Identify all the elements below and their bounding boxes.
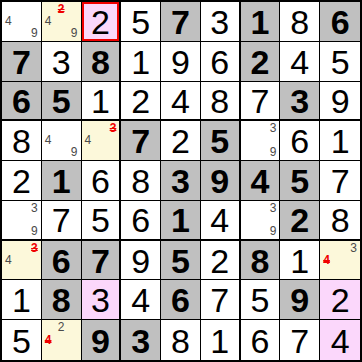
solved-digit: 6	[251, 323, 270, 358]
solved-digit: 4	[131, 282, 150, 317]
cell-r3c1[interactable]: 6	[2, 82, 42, 122]
cell-r2c3[interactable]: 8	[82, 42, 122, 82]
cell-r6c4[interactable]: 6	[121, 201, 161, 241]
given-digit: 1	[251, 4, 270, 39]
given-digit: 6	[12, 83, 31, 118]
given-digit: 3	[290, 83, 309, 118]
cell-r9c7[interactable]: 6	[241, 320, 281, 360]
solved-digit: 5	[131, 4, 150, 39]
pencil-marks: 39	[241, 201, 280, 239]
cell-r9c1[interactable]: 5	[2, 320, 42, 360]
cell-r2c1[interactable]: 7	[2, 42, 42, 82]
given-digit: 4	[251, 163, 270, 198]
solved-digit: 2	[91, 4, 110, 39]
solved-digit: 1	[210, 323, 229, 358]
cell-r5c3[interactable]: 6	[82, 161, 122, 201]
solved-digit: 7	[52, 202, 71, 237]
cell-r4c5[interactable]: 2	[161, 121, 201, 161]
cell-r3c6[interactable]: 8	[201, 82, 241, 122]
given-digit: 5	[210, 123, 229, 158]
pencil-mark: 3	[270, 122, 277, 134]
solved-digit: 6	[290, 123, 309, 158]
pencil-marks: 49	[2, 2, 41, 41]
given-digit: 7	[91, 243, 110, 278]
cell-r5c7[interactable]: 4	[241, 161, 281, 201]
cell-r7c4[interactable]: 9	[121, 241, 161, 281]
cell-r6c1[interactable]: 39	[2, 201, 42, 241]
given-digit: 9	[290, 282, 309, 317]
cell-r6c9[interactable]: 8	[320, 201, 360, 241]
cell-r3c7[interactable]: 7	[241, 82, 281, 122]
given-digit: 6	[171, 282, 190, 317]
solved-digit: 1	[290, 243, 309, 278]
cell-r4c2[interactable]: 49	[42, 121, 82, 161]
given-digit: 5	[290, 163, 309, 198]
cell-r3c5[interactable]: 4	[161, 82, 201, 122]
cell-r4c8[interactable]: 6	[280, 121, 320, 161]
pencil-mark: 9	[31, 27, 38, 39]
cell-r6c2[interactable]: 7	[42, 201, 82, 241]
cell-r9c6[interactable]: 1	[201, 320, 241, 360]
sudoku-board: 4949225731867381962456512487398494372539…	[0, 0, 362, 362]
solved-digit: 7	[290, 323, 309, 358]
solved-digit: 2	[131, 83, 150, 118]
given-digit: 5	[171, 243, 190, 278]
given-digit: 1	[52, 163, 71, 198]
solved-digit: 8	[210, 83, 229, 118]
cell-r4c3[interactable]: 43	[82, 121, 122, 161]
pencil-mark: 9	[270, 225, 277, 237]
given-digit: 2	[290, 202, 309, 237]
solved-digit: 4	[210, 202, 229, 237]
cell-r7c5[interactable]: 5	[161, 241, 201, 281]
cell-r7c2[interactable]: 6	[42, 241, 82, 281]
solved-digit: 2	[12, 163, 31, 198]
solved-digit: 2	[331, 282, 350, 317]
cell-r5c2[interactable]: 1	[42, 161, 82, 201]
cell-r5c4[interactable]: 8	[121, 161, 161, 201]
cell-r1c7[interactable]: 1	[241, 2, 281, 42]
given-digit: 9	[210, 163, 229, 198]
cell-r8c8[interactable]: 9	[280, 280, 320, 320]
solved-digit: 1	[131, 44, 150, 79]
pencil-mark: 4	[45, 15, 52, 27]
solved-digit: 8	[131, 163, 150, 198]
cell-r1c2[interactable]: 492	[42, 2, 82, 42]
solved-digit: 9	[131, 243, 150, 278]
solved-digit: 9	[171, 44, 190, 79]
cell-r4c7[interactable]: 39	[241, 121, 281, 161]
cell-r7c7[interactable]: 8	[241, 241, 281, 281]
cell-r1c3[interactable]: 2	[82, 2, 122, 42]
solved-digit: 2	[210, 243, 229, 278]
pencil-marks: 49	[42, 121, 81, 160]
given-digit: 1	[171, 202, 190, 237]
cell-r8c1[interactable]: 1	[2, 280, 42, 320]
solved-digit: 1	[12, 282, 31, 317]
solved-digit: 8	[12, 123, 31, 158]
cell-r7c9[interactable]: 34	[320, 241, 360, 281]
solved-digit: 4	[290, 44, 309, 79]
given-digit: 8	[251, 243, 270, 278]
solved-digit: 1	[91, 83, 110, 118]
cell-r1c8[interactable]: 8	[280, 2, 320, 42]
solved-digit: 5	[91, 202, 110, 237]
cell-r2c8[interactable]: 4	[280, 42, 320, 82]
pencil-mark: 9	[71, 27, 78, 39]
cell-r3c8[interactable]: 3	[280, 82, 320, 122]
given-digit: 8	[91, 44, 110, 79]
solved-digit: 4	[171, 83, 190, 118]
struck-pencil-mark: 3	[31, 242, 38, 254]
cell-r8c3[interactable]: 3	[82, 280, 122, 320]
cell-r2c2[interactable]: 3	[42, 42, 82, 82]
cell-r3c3[interactable]: 1	[82, 82, 122, 122]
pencil-marks: 43	[82, 121, 120, 160]
given-digit: 6	[331, 4, 350, 39]
solved-digit: 7	[210, 282, 229, 317]
cell-r1c1[interactable]: 49	[2, 2, 42, 42]
given-digit: 7	[131, 123, 150, 158]
cell-r7c8[interactable]: 1	[280, 241, 320, 281]
cell-r8c5[interactable]: 6	[161, 280, 201, 320]
cell-r4c9[interactable]: 1	[320, 121, 360, 161]
cell-r1c9[interactable]: 6	[320, 2, 360, 42]
struck-pencil-mark: 4	[45, 334, 52, 346]
cell-r8c6[interactable]: 7	[201, 280, 241, 320]
cell-r5c1[interactable]: 2	[2, 161, 42, 201]
pencil-mark: 9	[31, 225, 38, 237]
pencil-marks: 34	[320, 241, 360, 280]
cell-r1c6[interactable]: 3	[201, 2, 241, 42]
cell-r2c4[interactable]: 1	[121, 42, 161, 82]
cell-r9c4[interactable]: 3	[121, 320, 161, 360]
cell-r6c5[interactable]: 1	[161, 201, 201, 241]
pencil-mark: 3	[350, 242, 357, 254]
cell-r8c4[interactable]: 4	[121, 280, 161, 320]
cell-r1c4[interactable]: 5	[121, 2, 161, 42]
pencil-marks: 39	[241, 121, 280, 160]
cell-r7c1[interactable]: 43	[2, 241, 42, 281]
cell-r4c4[interactable]: 7	[121, 121, 161, 161]
cell-r5c9[interactable]: 7	[320, 161, 360, 201]
solved-digit: 5	[251, 282, 270, 317]
given-digit: 9	[91, 323, 110, 358]
solved-digit: 7	[251, 83, 270, 118]
cell-r3c9[interactable]: 9	[320, 82, 360, 122]
cell-r3c2[interactable]: 5	[42, 82, 82, 122]
solved-digit: 6	[131, 202, 150, 237]
given-digit: 7	[12, 44, 31, 79]
solved-digit: 8	[290, 4, 309, 39]
cell-r7c6[interactable]: 2	[201, 241, 241, 281]
solved-digit: 2	[171, 123, 190, 158]
given-digit: 3	[131, 323, 150, 358]
solved-digit: 8	[171, 323, 190, 358]
cell-r2c6[interactable]: 6	[201, 42, 241, 82]
solved-digit: 3	[52, 44, 71, 79]
solved-digit: 9	[331, 83, 350, 118]
cell-r2c5[interactable]: 9	[161, 42, 201, 82]
solved-digit: 6	[210, 44, 229, 79]
cell-r8c9[interactable]: 2	[320, 280, 360, 320]
cell-r2c7[interactable]: 2	[241, 42, 281, 82]
cell-r6c3[interactable]: 5	[82, 201, 122, 241]
solved-digit: 8	[331, 202, 350, 237]
cell-r6c8[interactable]: 2	[280, 201, 320, 241]
given-digit: 8	[52, 282, 71, 317]
struck-pencil-mark: 3	[110, 122, 117, 134]
solved-digit: 1	[331, 123, 350, 158]
cell-r8c2[interactable]: 8	[42, 280, 82, 320]
given-digit: 3	[171, 163, 190, 198]
pencil-marks: 39	[2, 201, 41, 239]
pencil-mark: 2	[58, 321, 65, 333]
pencil-marks: 24	[42, 320, 81, 360]
cell-r1c5[interactable]: 7	[161, 2, 201, 42]
pencil-mark: 4	[45, 134, 52, 146]
cell-r5c5[interactable]: 3	[161, 161, 201, 201]
pencil-mark: 9	[270, 146, 277, 158]
solved-digit: 3	[91, 282, 110, 317]
pencil-mark: 3	[270, 202, 277, 214]
cell-r9c5[interactable]: 8	[161, 320, 201, 360]
pencil-marks: 492	[42, 2, 81, 41]
pencil-mark: 4	[5, 254, 12, 266]
solved-digit: 4	[331, 323, 350, 358]
solved-digit: 6	[91, 163, 110, 198]
given-digit: 7	[171, 4, 190, 39]
pencil-mark: 3	[31, 202, 38, 214]
cell-r8c7[interactable]: 5	[241, 280, 281, 320]
cell-r5c6[interactable]: 9	[201, 161, 241, 201]
cell-r2c9[interactable]: 5	[320, 42, 360, 82]
cell-r4c6[interactable]: 5	[201, 121, 241, 161]
pencil-mark: 4	[85, 134, 92, 146]
cell-r3c4[interactable]: 2	[121, 82, 161, 122]
solved-digit: 3	[210, 4, 229, 39]
given-digit: 2	[251, 44, 270, 79]
cell-r4c1[interactable]: 8	[2, 121, 42, 161]
cell-r9c2[interactable]: 24	[42, 320, 82, 360]
cell-r6c6[interactable]: 4	[201, 201, 241, 241]
cell-r9c9[interactable]: 4	[320, 320, 360, 360]
solved-digit: 5	[12, 323, 31, 358]
struck-pencil-mark: 4	[323, 254, 330, 266]
pencil-marks: 43	[2, 241, 41, 280]
given-digit: 5	[52, 83, 71, 118]
given-digit: 6	[52, 243, 71, 278]
pencil-mark: 9	[71, 146, 78, 158]
solved-digit: 5	[331, 44, 350, 79]
solved-digit: 7	[331, 163, 350, 198]
cell-r5c8[interactable]: 5	[280, 161, 320, 201]
struck-pencil-mark: 2	[58, 3, 65, 15]
cell-r9c3[interactable]: 9	[82, 320, 122, 360]
cell-r7c3[interactable]: 7	[82, 241, 122, 281]
pencil-mark: 4	[5, 15, 12, 27]
cell-r6c7[interactable]: 39	[241, 201, 281, 241]
cell-r9c8[interactable]: 7	[280, 320, 320, 360]
